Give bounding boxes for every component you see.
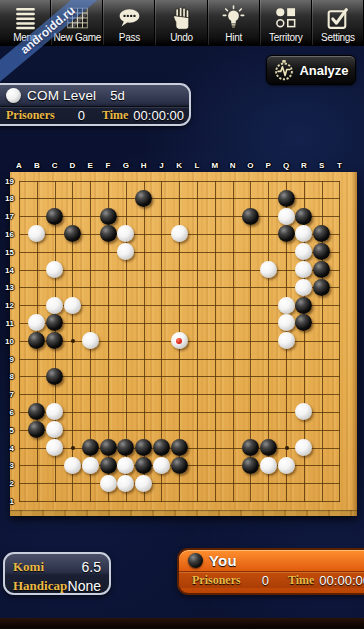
- stone-S16: [313, 225, 330, 242]
- settings-icon: [325, 5, 350, 32]
- col-label-L: L: [195, 161, 200, 170]
- stone-R6: [295, 403, 312, 420]
- stone-C11: [46, 314, 63, 331]
- com-prisoners-label: Prisoners: [6, 108, 55, 123]
- grid-line-v: [339, 181, 340, 502]
- col-label-J: J: [159, 161, 163, 170]
- stone-B16: [28, 225, 45, 242]
- stone-H4: [135, 439, 152, 456]
- stone-O3: [242, 457, 259, 474]
- analyze-icon: [273, 59, 295, 81]
- stone-G3: [117, 457, 134, 474]
- stone-Q11: [278, 314, 295, 331]
- com-player-name: COM Level: [27, 88, 96, 103]
- last-move-marker: [176, 338, 182, 344]
- komi-value: 6.5: [82, 559, 101, 575]
- analyze-label: Analyze: [299, 63, 348, 78]
- grid-line-h: [19, 359, 340, 360]
- stone-Q16: [278, 225, 295, 242]
- pass-button[interactable]: Pass: [103, 0, 155, 45]
- handicap-value: None: [68, 578, 101, 594]
- stone-R14: [295, 261, 312, 278]
- stone-E3: [82, 457, 99, 474]
- stone-C12: [46, 297, 63, 314]
- col-label-O: O: [247, 161, 253, 170]
- row-label-8: 8: [0, 372, 14, 381]
- stone-R17: [295, 208, 312, 225]
- com-level: 5d: [110, 88, 124, 103]
- stone-R16: [295, 225, 312, 242]
- com-time-label: Time: [102, 108, 128, 123]
- row-label-2: 2: [0, 479, 14, 488]
- col-label-B: B: [34, 161, 40, 170]
- go-app-screen: Menu New Game Pass Undo Hint Territory S…: [0, 0, 364, 629]
- board-bottom-rim: [10, 510, 357, 516]
- stone-S14: [313, 261, 330, 278]
- stone-G4: [117, 439, 134, 456]
- stone-G2: [117, 475, 134, 492]
- row-label-13: 13: [0, 283, 14, 292]
- grid-line-v: [197, 181, 198, 502]
- go-board[interactable]: [10, 172, 357, 516]
- grid-line-h: [19, 376, 340, 377]
- col-label-S: S: [319, 161, 324, 170]
- settings-label: Settings: [321, 32, 355, 44]
- com-player-panel: COM Level 5d Prisoners 0 Time 00:00:00: [0, 83, 191, 126]
- komi-label: Komi: [13, 559, 44, 575]
- row-label-9: 9: [0, 354, 14, 363]
- undo-icon: [169, 5, 194, 32]
- row-label-16: 16: [0, 229, 14, 238]
- stone-R12: [295, 297, 312, 314]
- grid-line-h: [19, 394, 340, 395]
- stone-C5: [46, 421, 63, 438]
- stone-Q3: [278, 457, 295, 474]
- col-label-K: K: [176, 161, 182, 170]
- stone-K4: [171, 439, 188, 456]
- row-label-14: 14: [0, 265, 14, 274]
- stone-P3: [260, 457, 277, 474]
- col-label-C: C: [52, 161, 58, 170]
- you-player-panel: You Prisoners 0 Time 00:00:06: [177, 548, 364, 595]
- stone-G15: [117, 243, 134, 260]
- stone-P4: [260, 439, 277, 456]
- grid-line-v: [233, 181, 234, 502]
- row-label-15: 15: [0, 247, 14, 256]
- stone-H3: [135, 457, 152, 474]
- stone-B10: [28, 332, 45, 349]
- stone-P14: [260, 261, 277, 278]
- stone-R4: [295, 439, 312, 456]
- row-label-10: 10: [0, 336, 14, 345]
- you-black-stone-icon: [188, 553, 203, 568]
- row-label-17: 17: [0, 212, 14, 221]
- row-label-19: 19: [0, 176, 14, 185]
- stone-O4: [242, 439, 259, 456]
- star-point-D4: [71, 446, 75, 450]
- stone-F2: [100, 475, 117, 492]
- stone-D16: [64, 225, 81, 242]
- com-prisoners-count: 0: [78, 108, 85, 123]
- board-right-rim: [352, 172, 357, 516]
- territory-button[interactable]: Territory: [260, 0, 312, 45]
- stone-E4: [82, 439, 99, 456]
- row-label-12: 12: [0, 301, 14, 310]
- col-label-A: A: [16, 161, 22, 170]
- handicap-label: Handicap: [13, 578, 67, 594]
- col-label-N: N: [230, 161, 236, 170]
- you-prisoners-count: 0: [262, 573, 269, 588]
- game-info-panel: Komi 6.5 Handicap None: [3, 552, 111, 595]
- row-label-11: 11: [0, 318, 14, 327]
- row-label-18: 18: [0, 194, 14, 203]
- col-label-E: E: [88, 161, 93, 170]
- stone-Q12: [278, 297, 295, 314]
- stone-G16: [117, 225, 134, 242]
- stone-E10: [82, 332, 99, 349]
- analyze-button[interactable]: Analyze: [266, 55, 356, 85]
- stone-B5: [28, 421, 45, 438]
- stone-C6: [46, 403, 63, 420]
- com-white-stone-icon: [6, 88, 21, 103]
- hint-label: Hint: [225, 32, 242, 44]
- stone-F16: [100, 225, 117, 242]
- stone-D12: [64, 297, 81, 314]
- settings-button[interactable]: Settings: [312, 0, 364, 45]
- stone-C14: [46, 261, 63, 278]
- col-label-P: P: [266, 161, 271, 170]
- stone-H18: [135, 190, 152, 207]
- grid-line-h: [19, 483, 340, 484]
- stone-Q10: [278, 332, 295, 349]
- stone-R11: [295, 314, 312, 331]
- stone-J4: [153, 439, 170, 456]
- menu-icon: [13, 5, 38, 32]
- you-time-label: Time: [288, 573, 314, 588]
- star-point-D10: [71, 339, 75, 343]
- pass-icon: [117, 5, 142, 32]
- stone-C17: [46, 208, 63, 225]
- undo-label: Undo: [170, 32, 193, 44]
- you-player-name: You: [209, 552, 237, 569]
- new-game-label: New Game: [53, 32, 101, 44]
- row-label-4: 4: [0, 443, 14, 452]
- stone-J3: [153, 457, 170, 474]
- com-time-value: 00:00:00: [133, 108, 184, 123]
- hint-button[interactable]: Hint: [208, 0, 260, 45]
- grid-line-h: [19, 501, 340, 502]
- stone-C4: [46, 439, 63, 456]
- undo-button[interactable]: Undo: [155, 0, 207, 45]
- territory-label: Territory: [269, 32, 302, 44]
- col-label-H: H: [141, 161, 147, 170]
- stone-D3: [64, 457, 81, 474]
- col-label-D: D: [70, 161, 76, 170]
- bottom-bar: [0, 618, 364, 629]
- stone-Q18: [278, 190, 295, 207]
- stone-H2: [135, 475, 152, 492]
- grid-line-v: [215, 181, 216, 502]
- stone-Q17: [278, 208, 295, 225]
- stone-S15: [313, 243, 330, 260]
- stone-C10: [46, 332, 63, 349]
- col-label-G: G: [123, 161, 129, 170]
- star-point-Q4: [285, 446, 289, 450]
- stone-F4: [100, 439, 117, 456]
- stone-K16: [171, 225, 188, 242]
- hint-icon: [221, 5, 246, 32]
- stone-F3: [100, 457, 117, 474]
- stone-S13: [313, 279, 330, 296]
- stone-K3: [171, 457, 188, 474]
- row-label-5: 5: [0, 425, 14, 434]
- stone-C8: [46, 368, 63, 385]
- you-prisoners-label: Prisoners: [192, 573, 241, 588]
- col-label-Q: Q: [283, 161, 289, 170]
- grid-line-h: [19, 430, 340, 431]
- pass-label: Pass: [119, 32, 140, 44]
- col-label-R: R: [301, 161, 307, 170]
- territory-icon: [273, 5, 298, 32]
- col-label-M: M: [211, 161, 218, 170]
- stone-B6: [28, 403, 45, 420]
- stone-O17: [242, 208, 259, 225]
- stone-F17: [100, 208, 117, 225]
- row-label-7: 7: [0, 390, 14, 399]
- row-label-1: 1: [0, 496, 14, 505]
- stone-R13: [295, 279, 312, 296]
- you-time-value: 00:00:06: [319, 573, 364, 588]
- stone-R15: [295, 243, 312, 260]
- col-label-T: T: [337, 161, 342, 170]
- row-label-6: 6: [0, 407, 14, 416]
- row-label-3: 3: [0, 461, 14, 470]
- grid-line-h: [19, 412, 340, 413]
- col-label-F: F: [106, 161, 111, 170]
- stone-B11: [28, 314, 45, 331]
